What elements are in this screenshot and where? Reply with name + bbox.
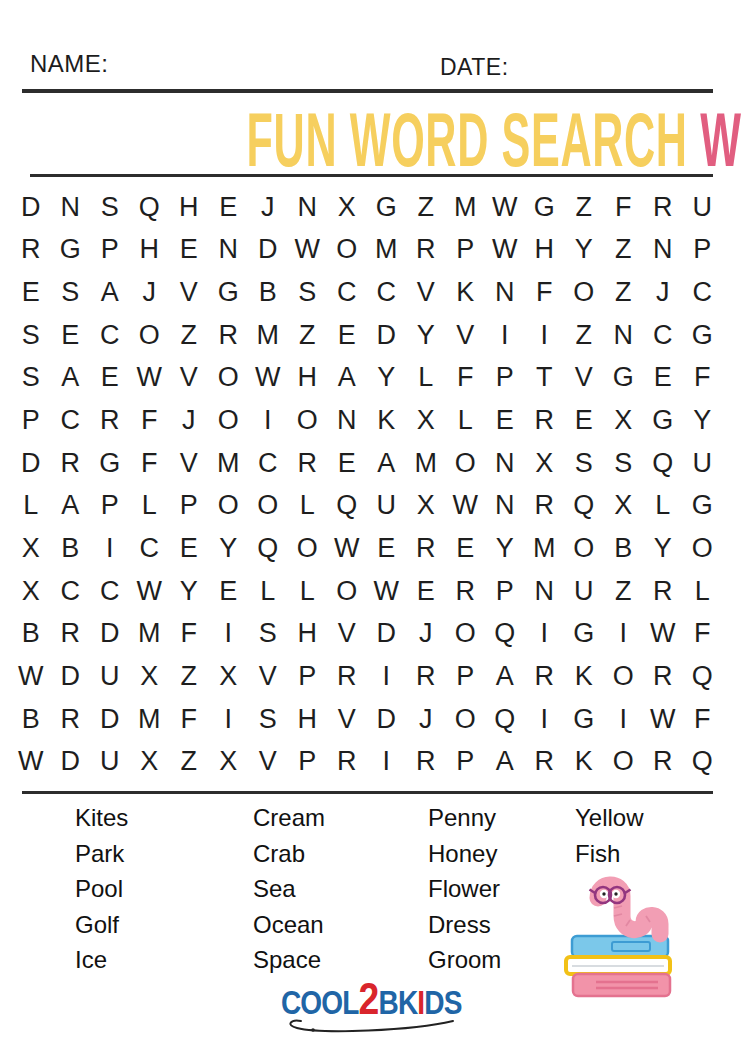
title-worksheet: WORKSHEET: [700, 97, 742, 182]
grid-cell: S: [564, 442, 604, 485]
grid-cell: G: [683, 314, 723, 357]
grid-cell: Z: [604, 229, 644, 272]
grid-cell: W: [11, 655, 51, 698]
grid-cell: I: [604, 612, 644, 655]
grid-cell: O: [209, 357, 249, 400]
grid-cell: O: [327, 570, 367, 613]
grid-cell: Q: [485, 612, 525, 655]
grid-cell: B: [51, 527, 91, 570]
grid-cell: H: [288, 698, 328, 741]
grid-cell: W: [643, 612, 683, 655]
grid-cell: P: [446, 740, 486, 783]
grid-cell: Y: [169, 570, 209, 613]
grid-cell: L: [683, 570, 723, 613]
grid-cell: C: [248, 442, 288, 485]
grid-cell: Z: [564, 186, 604, 229]
grid-cell: E: [209, 570, 249, 613]
grid-cell: L: [248, 570, 288, 613]
grid-rule: [22, 791, 713, 794]
grid-cell: I: [209, 698, 249, 741]
grid-cell: L: [643, 484, 683, 527]
grid-cell: B: [604, 527, 644, 570]
grid-cell: H: [525, 229, 565, 272]
grid-cell: U: [683, 186, 723, 229]
grid-cell: N: [485, 442, 525, 485]
grid-cell: Y: [683, 399, 723, 442]
bookworm-illustration: [556, 876, 686, 998]
word-list-item: Kites: [75, 800, 128, 836]
grid-cell: I: [90, 527, 130, 570]
word-list-item: Space: [253, 942, 325, 978]
word-list-item: Honey: [428, 836, 501, 872]
grid-cell: S: [248, 612, 288, 655]
grid-cell: A: [327, 357, 367, 400]
grid-cell: R: [406, 655, 446, 698]
grid-cell: Q: [683, 655, 723, 698]
grid-cell: J: [248, 186, 288, 229]
grid-cell: V: [327, 612, 367, 655]
grid-cell: W: [327, 527, 367, 570]
grid-cell: E: [485, 399, 525, 442]
grid-cell: R: [525, 484, 565, 527]
grid-cell: R: [406, 740, 446, 783]
grid-cell: U: [90, 655, 130, 698]
grid-cell: E: [90, 357, 130, 400]
grid-cell: S: [11, 357, 51, 400]
grid-cell: R: [643, 655, 683, 698]
grid-cell: P: [169, 484, 209, 527]
grid-cell: D: [90, 612, 130, 655]
grid-cell: V: [327, 698, 367, 741]
word-list-item: Sea: [253, 871, 325, 907]
grid-cell: V: [169, 442, 209, 485]
grid-cell: S: [288, 271, 328, 314]
grid-cell: A: [90, 271, 130, 314]
word-list-item: Yellow: [575, 800, 644, 836]
grid-cell: M: [367, 229, 407, 272]
grid-cell: X: [209, 740, 249, 783]
grid-cell: W: [130, 357, 170, 400]
grid-cell: W: [367, 570, 407, 613]
grid-cell: Z: [406, 186, 446, 229]
grid-cell: Y: [209, 527, 249, 570]
grid-cell: I: [525, 698, 565, 741]
grid-cell: T: [525, 357, 565, 400]
grid-cell: R: [525, 655, 565, 698]
grid-cell: P: [90, 229, 130, 272]
grid-cell: D: [90, 698, 130, 741]
grid-cell: N: [485, 271, 525, 314]
grid-cell: B: [11, 698, 51, 741]
grid-cell: C: [683, 271, 723, 314]
grid-cell: Z: [604, 570, 644, 613]
yellow-book: [566, 957, 670, 974]
grid-cell: O: [683, 527, 723, 570]
grid-cell: H: [130, 229, 170, 272]
grid-cell: Z: [564, 314, 604, 357]
grid-cell: N: [604, 314, 644, 357]
grid-cell: P: [683, 229, 723, 272]
grid-cell: S: [90, 186, 130, 229]
grid-cell: X: [130, 740, 170, 783]
grid-cell: C: [327, 271, 367, 314]
grid-cell: J: [130, 271, 170, 314]
grid-cell: V: [446, 314, 486, 357]
grid-cell: N: [209, 229, 249, 272]
grid-cell: G: [525, 186, 565, 229]
grid-cell: C: [90, 314, 130, 357]
grid-cell: L: [288, 570, 328, 613]
grid-cell: V: [564, 357, 604, 400]
grid-cell: U: [564, 570, 604, 613]
grid-cell: G: [564, 698, 604, 741]
grid-cell: F: [446, 357, 486, 400]
grid-cell: L: [11, 484, 51, 527]
grid-cell: Z: [169, 655, 209, 698]
grid-cell: R: [406, 229, 446, 272]
grid-cell: X: [604, 399, 644, 442]
grid-cell: R: [327, 655, 367, 698]
grid-cell: X: [406, 399, 446, 442]
grid-cell: R: [51, 698, 91, 741]
grid-cell: M: [248, 314, 288, 357]
grid-cell: W: [643, 698, 683, 741]
grid-cell: V: [169, 271, 209, 314]
grid-cell: E: [327, 442, 367, 485]
grid-cell: L: [406, 357, 446, 400]
grid-cell: X: [130, 655, 170, 698]
grid-cell: O: [327, 229, 367, 272]
logo-underline-squiggle: [0, 1018, 742, 1038]
grid-cell: M: [130, 612, 170, 655]
grid-cell: F: [169, 698, 209, 741]
grid-cell: O: [209, 399, 249, 442]
grid-cell: E: [169, 229, 209, 272]
grid-cell: V: [248, 655, 288, 698]
grid-cell: F: [604, 186, 644, 229]
grid-cell: E: [446, 527, 486, 570]
title-rule: [30, 174, 713, 177]
grid-cell: M: [209, 442, 249, 485]
grid-cell: D: [248, 229, 288, 272]
word-column: YellowFish: [575, 800, 644, 871]
grid-cell: Q: [683, 740, 723, 783]
grid-cell: O: [564, 527, 604, 570]
grid-cell: G: [683, 484, 723, 527]
grid-cell: A: [51, 484, 91, 527]
grid-cell: X: [604, 484, 644, 527]
logo-bk: BK: [378, 984, 417, 1021]
grid-cell: X: [327, 186, 367, 229]
grid-cell: R: [406, 527, 446, 570]
grid-cell: M: [406, 442, 446, 485]
grid-cell: Q: [130, 186, 170, 229]
grid-cell: F: [525, 271, 565, 314]
grid-cell: Q: [327, 484, 367, 527]
word-list-item: Penny: [428, 800, 501, 836]
grid-cell: F: [130, 399, 170, 442]
grid-cell: R: [288, 442, 328, 485]
grid-cell: D: [51, 740, 91, 783]
grid-cell: E: [564, 399, 604, 442]
grid-cell: W: [446, 484, 486, 527]
grid-cell: W: [11, 740, 51, 783]
grid-cell: C: [90, 570, 130, 613]
grid-cell: I: [248, 399, 288, 442]
grid-cell: B: [11, 612, 51, 655]
word-search-grid: DNSQHEJNXGZMWGZFRURGPHENDWOMRPWHYZNPESAJ…: [11, 186, 722, 783]
grid-cell: A: [485, 740, 525, 783]
grid-cell: X: [11, 527, 51, 570]
grid-cell: E: [11, 271, 51, 314]
grid-cell: C: [51, 399, 91, 442]
grid-cell: O: [248, 484, 288, 527]
grid-cell: P: [446, 229, 486, 272]
grid-cell: J: [406, 612, 446, 655]
grid-cell: C: [643, 314, 683, 357]
title-fun-word-search: FUN WORD SEARCH: [247, 97, 701, 182]
grid-cell: F: [683, 612, 723, 655]
grid-cell: C: [130, 527, 170, 570]
grid-cell: G: [367, 186, 407, 229]
grid-cell: U: [90, 740, 130, 783]
grid-cell: W: [130, 570, 170, 613]
grid-cell: K: [564, 740, 604, 783]
grid-cell: K: [446, 271, 486, 314]
grid-cell: W: [485, 229, 525, 272]
word-list-item: Ice: [75, 942, 128, 978]
grid-cell: O: [446, 442, 486, 485]
grid-cell: R: [643, 570, 683, 613]
grid-cell: E: [643, 357, 683, 400]
grid-cell: P: [288, 655, 328, 698]
grid-cell: R: [327, 740, 367, 783]
grid-cell: U: [367, 484, 407, 527]
grid-cell: C: [51, 570, 91, 613]
grid-cell: X: [11, 570, 51, 613]
grid-cell: E: [406, 570, 446, 613]
grid-cell: D: [367, 314, 407, 357]
word-list-item: Flower: [428, 871, 501, 907]
grid-cell: S: [248, 698, 288, 741]
grid-cell: Y: [564, 229, 604, 272]
grid-cell: R: [446, 570, 486, 613]
word-column: CreamCrabSeaOceanSpace: [253, 800, 325, 978]
grid-cell: X: [525, 442, 565, 485]
grid-cell: O: [446, 698, 486, 741]
grid-cell: M: [446, 186, 486, 229]
date-label: DATE:: [440, 54, 509, 81]
word-list-item: Fish: [575, 836, 644, 872]
grid-cell: P: [11, 399, 51, 442]
grid-cell: O: [130, 314, 170, 357]
grid-cell: A: [367, 442, 407, 485]
grid-cell: N: [643, 229, 683, 272]
grid-cell: U: [683, 442, 723, 485]
grid-cell: I: [485, 314, 525, 357]
grid-cell: O: [446, 612, 486, 655]
grid-cell: Y: [643, 527, 683, 570]
grid-cell: O: [209, 484, 249, 527]
grid-cell: K: [564, 655, 604, 698]
grid-cell: G: [90, 442, 130, 485]
grid-cell: P: [446, 655, 486, 698]
grid-cell: F: [169, 612, 209, 655]
grid-cell: C: [367, 271, 407, 314]
grid-cell: Q: [564, 484, 604, 527]
logo-2: 2: [358, 974, 378, 1023]
grid-cell: M: [130, 698, 170, 741]
grid-cell: L: [130, 484, 170, 527]
grid-cell: P: [485, 570, 525, 613]
grid-cell: R: [643, 740, 683, 783]
grid-cell: Y: [406, 314, 446, 357]
grid-cell: I: [367, 740, 407, 783]
grid-cell: R: [51, 612, 91, 655]
worksheet-page: NAME: DATE: FUN WORD SEARCH WORKSHEET DN…: [0, 0, 742, 1050]
grid-cell: Z: [604, 271, 644, 314]
grid-cell: H: [288, 357, 328, 400]
grid-cell: H: [288, 612, 328, 655]
grid-cell: Q: [485, 698, 525, 741]
grid-cell: S: [604, 442, 644, 485]
grid-cell: L: [446, 399, 486, 442]
grid-cell: R: [11, 229, 51, 272]
grid-cell: J: [643, 271, 683, 314]
word-list-item: Cream: [253, 800, 325, 836]
logo-cool: COOL: [281, 984, 359, 1021]
word-column: KitesParkPoolGolfIce: [75, 800, 128, 978]
grid-cell: S: [51, 271, 91, 314]
grid-cell: H: [169, 186, 209, 229]
grid-cell: W: [248, 357, 288, 400]
grid-cell: G: [209, 271, 249, 314]
grid-cell: F: [683, 698, 723, 741]
grid-cell: A: [51, 357, 91, 400]
word-list-item: Park: [75, 836, 128, 872]
grid-cell: M: [525, 527, 565, 570]
glasses-icon: [590, 887, 631, 903]
grid-cell: E: [51, 314, 91, 357]
grid-cell: Q: [643, 442, 683, 485]
grid-cell: I: [209, 612, 249, 655]
grid-cell: N: [525, 570, 565, 613]
grid-cell: S: [11, 314, 51, 357]
grid-cell: X: [406, 484, 446, 527]
logo-pencil-i: I: [417, 984, 424, 1021]
grid-cell: D: [11, 442, 51, 485]
grid-cell: F: [130, 442, 170, 485]
grid-cell: E: [169, 527, 209, 570]
grid-cell: D: [367, 612, 407, 655]
grid-cell: D: [11, 186, 51, 229]
word-list-item: Dress: [428, 907, 501, 943]
grid-cell: B: [248, 271, 288, 314]
grid-cell: E: [327, 314, 367, 357]
grid-cell: N: [51, 186, 91, 229]
grid-cell: Q: [248, 527, 288, 570]
grid-cell: P: [288, 740, 328, 783]
word-list-item: Golf: [75, 907, 128, 943]
grid-cell: V: [406, 271, 446, 314]
grid-cell: Y: [485, 527, 525, 570]
grid-cell: O: [288, 527, 328, 570]
grid-cell: Z: [169, 314, 209, 357]
grid-cell: L: [288, 484, 328, 527]
grid-cell: G: [51, 229, 91, 272]
header-rule: [22, 89, 713, 93]
grid-cell: O: [604, 655, 644, 698]
grid-cell: Z: [169, 740, 209, 783]
grid-cell: J: [169, 399, 209, 442]
grid-cell: R: [525, 399, 565, 442]
word-list-item: Ocean: [253, 907, 325, 943]
grid-cell: N: [288, 186, 328, 229]
grid-cell: W: [485, 186, 525, 229]
grid-cell: D: [367, 698, 407, 741]
grid-cell: R: [643, 186, 683, 229]
grid-cell: O: [564, 271, 604, 314]
grid-cell: I: [604, 698, 644, 741]
grid-cell: R: [90, 399, 130, 442]
grid-cell: R: [525, 740, 565, 783]
worm: [590, 885, 661, 934]
grid-cell: K: [367, 399, 407, 442]
grid-cell: N: [327, 399, 367, 442]
logo-ds: DS: [424, 984, 461, 1021]
grid-cell: R: [209, 314, 249, 357]
grid-cell: I: [367, 655, 407, 698]
grid-cell: X: [209, 655, 249, 698]
grid-cell: P: [485, 357, 525, 400]
grid-cell: D: [51, 655, 91, 698]
grid-cell: P: [90, 484, 130, 527]
grid-cell: W: [288, 229, 328, 272]
grid-cell: F: [683, 357, 723, 400]
name-label: NAME:: [30, 50, 109, 78]
grid-cell: V: [169, 357, 209, 400]
grid-cell: A: [485, 655, 525, 698]
grid-cell: E: [367, 527, 407, 570]
grid-cell: I: [525, 314, 565, 357]
word-list-item: Pool: [75, 871, 128, 907]
grid-cell: G: [564, 612, 604, 655]
grid-cell: I: [525, 612, 565, 655]
grid-cell: V: [248, 740, 288, 783]
grid-cell: N: [485, 484, 525, 527]
word-column: PennyHoneyFlowerDressGroom: [428, 800, 501, 978]
word-list-item: Crab: [253, 836, 325, 872]
grid-cell: G: [604, 357, 644, 400]
word-list-item: Groom: [428, 942, 501, 978]
grid-cell: R: [51, 442, 91, 485]
grid-cell: G: [643, 399, 683, 442]
grid-cell: O: [604, 740, 644, 783]
grid-cell: Y: [367, 357, 407, 400]
grid-cell: O: [288, 399, 328, 442]
grid-cell: E: [209, 186, 249, 229]
grid-cell: J: [406, 698, 446, 741]
page-title: FUN WORD SEARCH WORKSHEET: [0, 96, 742, 178]
grid-cell: Z: [288, 314, 328, 357]
